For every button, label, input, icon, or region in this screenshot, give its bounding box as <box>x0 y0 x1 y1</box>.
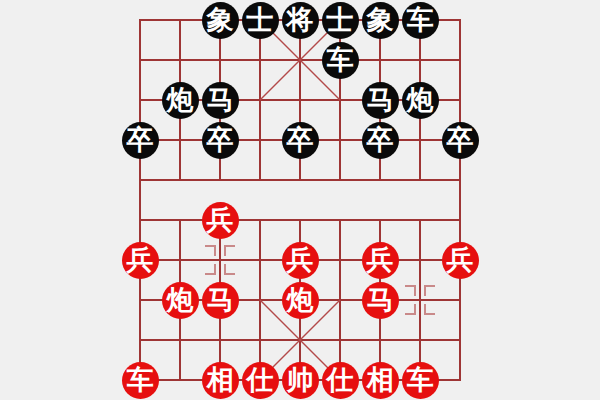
xiangqi-board[interactable]: 象士将士象车车炮马马炮卒卒卒卒卒兵兵兵兵兵炮马炮马车相仕帅仕相车 <box>0 0 600 400</box>
piece-red-advisor[interactable]: 仕 <box>242 362 279 399</box>
piece-red-horse[interactable]: 马 <box>202 282 239 319</box>
move-origin-marker <box>405 285 435 315</box>
piece-black-advisor[interactable]: 士 <box>242 2 279 39</box>
piece-black-cannon[interactable]: 炮 <box>162 82 199 119</box>
piece-black-elephant[interactable]: 象 <box>362 2 399 39</box>
piece-red-pawn[interactable]: 兵 <box>282 242 319 279</box>
piece-red-advisor[interactable]: 仕 <box>322 362 359 399</box>
marker-corner-br <box>224 264 235 275</box>
move-origin-marker <box>205 245 235 275</box>
marker-corner-tr <box>224 245 235 256</box>
marker-corner-br <box>424 304 435 315</box>
piece-red-pawn[interactable]: 兵 <box>122 242 159 279</box>
piece-black-king[interactable]: 将 <box>282 2 319 39</box>
piece-red-pawn[interactable]: 兵 <box>362 242 399 279</box>
piece-red-cannon[interactable]: 炮 <box>282 282 319 319</box>
piece-black-pawn[interactable]: 卒 <box>202 122 239 159</box>
board-grid-lines <box>0 0 600 400</box>
piece-red-pawn[interactable]: 兵 <box>202 202 239 239</box>
piece-black-chariot[interactable]: 车 <box>322 42 359 79</box>
piece-red-king[interactable]: 帅 <box>282 362 319 399</box>
piece-black-pawn[interactable]: 卒 <box>122 122 159 159</box>
xiangqi-app-canvas: 象士将士象车车炮马马炮卒卒卒卒卒兵兵兵兵兵炮马炮马车相仕帅仕相车 <box>0 0 600 400</box>
piece-black-horse[interactable]: 马 <box>202 82 239 119</box>
piece-black-pawn[interactable]: 卒 <box>282 122 319 159</box>
piece-red-cannon[interactable]: 炮 <box>162 282 199 319</box>
marker-corner-tl <box>205 245 216 256</box>
piece-red-chariot[interactable]: 车 <box>122 362 159 399</box>
piece-red-elephant[interactable]: 相 <box>202 362 239 399</box>
piece-black-advisor[interactable]: 士 <box>322 2 359 39</box>
piece-black-pawn[interactable]: 卒 <box>362 122 399 159</box>
piece-black-cannon[interactable]: 炮 <box>402 82 439 119</box>
marker-corner-tr <box>424 285 435 296</box>
piece-red-chariot[interactable]: 车 <box>402 362 439 399</box>
marker-corner-bl <box>205 264 216 275</box>
piece-red-elephant[interactable]: 相 <box>362 362 399 399</box>
piece-black-chariot[interactable]: 车 <box>402 2 439 39</box>
piece-red-pawn[interactable]: 兵 <box>442 242 479 279</box>
piece-black-elephant[interactable]: 象 <box>202 2 239 39</box>
piece-red-horse[interactable]: 马 <box>362 282 399 319</box>
marker-corner-tl <box>405 285 416 296</box>
piece-black-pawn[interactable]: 卒 <box>442 122 479 159</box>
piece-black-horse[interactable]: 马 <box>362 82 399 119</box>
marker-corner-bl <box>405 304 416 315</box>
